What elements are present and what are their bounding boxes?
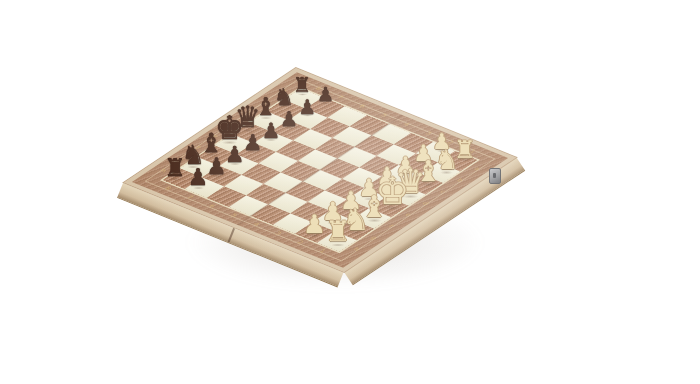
- dark-pawn-e7: ♟: [243, 132, 263, 154]
- pieces-layer: ♜♟♟♜♞♟♟♞♝♟♟♝♛♟♟♛♚♟♟♚♝♟♟♝♞♟♟♞♜♟♟♜: [0, 0, 700, 384]
- dark-pawn-f7: ♟: [225, 143, 245, 165]
- metal-clasp: [489, 168, 501, 184]
- dark-pawn-b7: ♟: [298, 97, 316, 117]
- dark-pawn-g7: ♟: [206, 155, 226, 178]
- product-photo-scene: 87654321 87654321 abcdefgh abcdefgh ♜♟♟♜…: [0, 0, 700, 384]
- dark-pawn-c7: ♟: [280, 109, 299, 130]
- dark-pawn-d7: ♟: [261, 120, 280, 141]
- light-rook-h1: ♜: [325, 218, 350, 246]
- light-pawn-h2: ♟: [303, 212, 326, 238]
- dark-pawn-a7: ♟: [317, 85, 335, 105]
- dark-pawn-h7: ♟: [188, 166, 209, 189]
- clasp-pin: [493, 173, 496, 178]
- dark-rook-a8: ♜: [293, 75, 312, 96]
- dark-rook-h8: ♜: [164, 155, 186, 180]
